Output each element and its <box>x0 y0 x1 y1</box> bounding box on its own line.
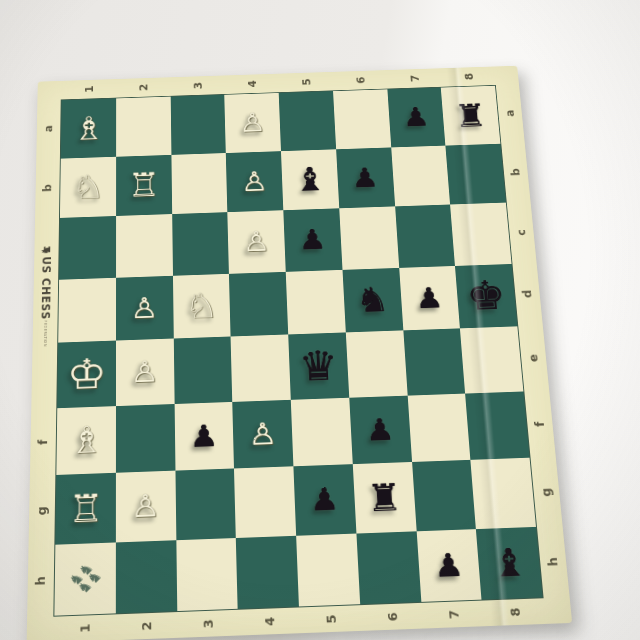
piece-white-pawn[interactable]: ♙ <box>131 357 159 387</box>
piece-black-pawn[interactable]: ♟ <box>189 420 218 451</box>
piece-white-king[interactable]: ♔ <box>67 353 107 395</box>
square-c8[interactable] <box>450 203 511 266</box>
square-h2[interactable] <box>116 540 177 614</box>
square-d1[interactable] <box>58 277 116 342</box>
square-e5[interactable]: ♛ <box>288 332 349 399</box>
square-d7[interactable]: ♟ <box>399 266 460 331</box>
piece-black-bishop[interactable]: ♝ <box>293 163 327 196</box>
square-c7[interactable] <box>395 204 455 267</box>
square-a7[interactable]: ♟ <box>387 88 446 147</box>
square-h8[interactable]: ♝ <box>476 526 542 599</box>
board-perspective-wrap: 12345678 12345678 abcfgh abcdefgh ♞ US C… <box>27 66 573 640</box>
square-d3[interactable]: ♘ <box>173 273 231 338</box>
us-chess-logo: ♞ US CHESS FEDERATION <box>30 231 60 360</box>
square-h1[interactable]: ♞♞♞♞ <box>54 542 115 616</box>
square-g6[interactable]: ♜ <box>353 462 417 533</box>
square-f7[interactable] <box>407 393 470 462</box>
square-e6[interactable] <box>346 330 408 397</box>
piece-white-pawn[interactable]: ♙ <box>242 227 270 255</box>
square-f3[interactable]: ♟ <box>174 401 234 470</box>
piece-black-queen[interactable]: ♛ <box>298 345 339 387</box>
piece-black-pawn[interactable]: ♟ <box>433 549 465 582</box>
square-g1[interactable]: ♖ <box>55 473 115 544</box>
board-border: 12345678 12345678 abcfgh abcdefgh ♞ US C… <box>27 66 573 640</box>
square-a2[interactable] <box>116 97 171 157</box>
piece-black-pawn[interactable]: ♟ <box>365 414 395 445</box>
square-c2[interactable] <box>116 214 173 277</box>
square-h4[interactable] <box>236 535 299 608</box>
piece-white-pawn[interactable]: ♙ <box>131 490 160 522</box>
square-d8[interactable]: ♚ <box>455 264 517 329</box>
piece-white-pawn[interactable]: ♙ <box>239 109 266 136</box>
square-c6[interactable] <box>339 206 399 269</box>
square-f8[interactable] <box>465 391 529 460</box>
piece-black-pawn[interactable]: ♟ <box>298 225 327 253</box>
square-d2[interactable]: ♙ <box>116 275 174 340</box>
piece-white-bishop[interactable]: ♗ <box>72 112 105 145</box>
piece-white-knight[interactable]: ♘ <box>72 170 105 204</box>
square-f5[interactable] <box>291 397 353 466</box>
piece-black-king[interactable]: ♚ <box>465 275 507 316</box>
square-e8[interactable] <box>460 326 523 393</box>
chess-board: ♗♙♟♜♘♖♙♝♟♙♟♙♘♞♟♚♔♙♛♗♟♙♟♖♙♟♜♞♞♞♞♟♝ <box>53 85 543 617</box>
square-e1[interactable]: ♔ <box>57 341 116 408</box>
square-d4[interactable] <box>229 271 288 336</box>
square-a6[interactable] <box>333 89 391 149</box>
square-f4[interactable]: ♙ <box>232 399 293 468</box>
piece-black-rook[interactable]: ♜ <box>453 99 488 131</box>
us-chess-corner-emblem: ♞♞♞♞ <box>67 561 103 596</box>
piece-white-rook[interactable]: ♖ <box>68 489 104 528</box>
square-f6[interactable]: ♟ <box>349 395 412 464</box>
piece-white-pawn[interactable]: ♙ <box>248 418 278 449</box>
square-b8[interactable] <box>446 143 506 204</box>
piece-black-pawn[interactable]: ♟ <box>351 164 380 192</box>
square-c5[interactable]: ♟ <box>283 208 342 271</box>
square-e4[interactable] <box>231 334 291 401</box>
square-b4[interactable]: ♙ <box>226 151 283 212</box>
piece-white-knight[interactable]: ♘ <box>184 288 218 324</box>
square-g3[interactable] <box>175 468 236 539</box>
square-a5[interactable] <box>279 91 336 151</box>
square-a8[interactable]: ♜ <box>441 86 500 145</box>
us-chess-logo-subtitle: FEDERATION <box>42 320 47 346</box>
square-b2[interactable]: ♖ <box>116 154 172 215</box>
piece-black-knight[interactable]: ♞ <box>355 282 391 317</box>
square-a1[interactable]: ♗ <box>61 98 116 158</box>
square-c1[interactable] <box>59 216 116 279</box>
square-b6[interactable]: ♟ <box>336 147 395 208</box>
square-b5[interactable]: ♝ <box>281 149 339 210</box>
table-surface: 12345678 12345678 abcfgh abcdefgh ♞ US C… <box>0 0 640 640</box>
piece-black-pawn[interactable]: ♟ <box>309 483 339 515</box>
square-g5[interactable]: ♟ <box>293 464 356 535</box>
piece-white-rook[interactable]: ♖ <box>127 168 160 202</box>
square-g4[interactable] <box>234 466 296 537</box>
us-chess-logo-text: US CHESS <box>39 257 53 321</box>
square-e3[interactable] <box>173 336 232 403</box>
square-g8[interactable] <box>471 458 536 529</box>
square-b1[interactable]: ♘ <box>60 156 116 218</box>
square-a3[interactable] <box>170 95 226 155</box>
piece-white-bishop[interactable]: ♗ <box>69 421 104 459</box>
square-c3[interactable] <box>172 212 229 275</box>
square-b7[interactable] <box>391 145 451 206</box>
square-e7[interactable] <box>403 328 465 395</box>
square-g7[interactable] <box>412 460 476 531</box>
piece-white-pawn[interactable]: ♙ <box>130 293 158 322</box>
square-f1[interactable]: ♗ <box>56 406 115 475</box>
square-c4[interactable]: ♙ <box>228 210 286 273</box>
square-f2[interactable] <box>116 404 175 473</box>
square-h7[interactable]: ♟ <box>416 529 482 602</box>
us-chess-logo-knight-icon: ♞ <box>39 245 53 255</box>
square-d5[interactable] <box>286 269 346 334</box>
square-g2[interactable]: ♙ <box>116 471 176 542</box>
square-e2[interactable]: ♙ <box>116 339 174 406</box>
square-h5[interactable] <box>296 533 360 606</box>
square-a4[interactable]: ♙ <box>224 93 280 153</box>
piece-black-rook[interactable]: ♜ <box>365 478 402 517</box>
square-d6[interactable]: ♞ <box>342 267 403 332</box>
piece-black-bishop[interactable]: ♝ <box>490 543 529 583</box>
square-b3[interactable] <box>171 153 228 214</box>
square-h6[interactable] <box>356 531 421 604</box>
square-h3[interactable] <box>176 538 238 612</box>
piece-black-pawn[interactable]: ♟ <box>414 283 444 312</box>
piece-white-pawn[interactable]: ♙ <box>241 167 269 195</box>
piece-black-pawn[interactable]: ♟ <box>402 104 430 131</box>
